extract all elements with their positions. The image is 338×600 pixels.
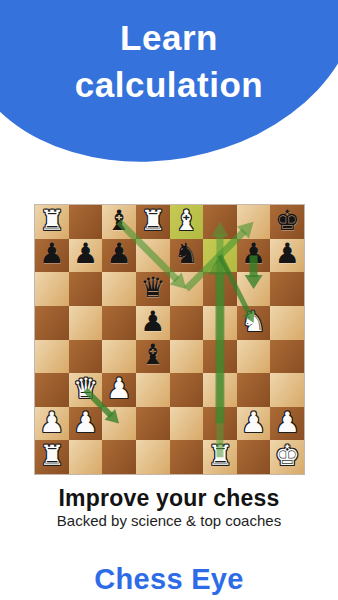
square-d5: ♟: [136, 306, 170, 340]
white-pawn: ♟: [241, 409, 266, 437]
square-a5: [35, 306, 69, 340]
square-c4: [102, 340, 136, 374]
square-d8: ♜: [136, 205, 170, 239]
square-d1: [136, 440, 170, 474]
square-b3: ♛: [69, 373, 103, 407]
square-h4: [270, 340, 304, 374]
square-g4: [237, 340, 271, 374]
white-bishop: ♝: [174, 207, 199, 235]
square-h8: ♚: [270, 205, 304, 239]
white-rook: ♜: [207, 442, 232, 470]
white-pawn: ♟: [275, 409, 300, 437]
white-king: ♚: [275, 442, 300, 470]
square-a6: [35, 272, 69, 306]
square-b1: [69, 440, 103, 474]
square-b5: [69, 306, 103, 340]
square-d6: ♛: [136, 272, 170, 306]
square-c2: [102, 407, 136, 441]
square-f7: [203, 239, 237, 273]
square-f6: [203, 272, 237, 306]
square-b4: [69, 340, 103, 374]
square-a1: ♜: [35, 440, 69, 474]
chess-board-wrap: ♜♝♜♝♚♟♟♟♞♟♟♛♟♞♝♛♟♟♟♟♟♜♜♚: [35, 205, 304, 474]
black-knight: ♞: [174, 240, 199, 268]
square-b6: [69, 272, 103, 306]
square-d4: ♝: [136, 340, 170, 374]
white-rook: ♜: [39, 207, 64, 235]
square-h7: ♟: [270, 239, 304, 273]
square-a3: [35, 373, 69, 407]
square-d3: [136, 373, 170, 407]
white-knight: ♞: [241, 308, 266, 336]
square-h5: [270, 306, 304, 340]
square-d2: [136, 407, 170, 441]
square-g1: [237, 440, 271, 474]
black-pawn: ♟: [107, 240, 132, 268]
square-e8: ♝: [170, 205, 204, 239]
hero-title-line1: Learn: [0, 14, 338, 61]
square-a2: ♟: [35, 407, 69, 441]
square-h2: ♟: [270, 407, 304, 441]
hero-title-line2: calculation: [0, 61, 338, 108]
square-b7: ♟: [69, 239, 103, 273]
black-pawn: ♟: [275, 240, 300, 268]
white-pawn: ♟: [73, 409, 98, 437]
black-king: ♚: [275, 207, 300, 235]
square-c1: [102, 440, 136, 474]
square-c7: ♟: [102, 239, 136, 273]
square-c5: [102, 306, 136, 340]
square-a4: [35, 340, 69, 374]
square-e6: [170, 272, 204, 306]
square-f8: [203, 205, 237, 239]
square-g3: [237, 373, 271, 407]
square-c6: [102, 272, 136, 306]
square-e7: ♞: [170, 239, 204, 273]
square-e5: [170, 306, 204, 340]
square-f1: ♜: [203, 440, 237, 474]
square-g7: ♟: [237, 239, 271, 273]
square-f3: [203, 373, 237, 407]
square-h3: [270, 373, 304, 407]
black-pawn: ♟: [73, 240, 98, 268]
chess-board: ♜♝♜♝♚♟♟♟♞♟♟♛♟♞♝♛♟♟♟♟♟♜♜♚: [35, 205, 304, 474]
black-pawn: ♟: [241, 240, 266, 268]
hero-title: Learn calculation: [0, 14, 338, 108]
black-queen: ♛: [140, 274, 165, 302]
square-e3: [170, 373, 204, 407]
black-bishop: ♝: [140, 341, 165, 369]
white-pawn: ♟: [107, 375, 132, 403]
square-g2: ♟: [237, 407, 271, 441]
square-g8: [237, 205, 271, 239]
square-h1: ♚: [270, 440, 304, 474]
square-c8: ♝: [102, 205, 136, 239]
black-pawn: ♟: [140, 308, 165, 336]
square-e4: [170, 340, 204, 374]
square-b2: ♟: [69, 407, 103, 441]
improve-heading: Improve your chess: [0, 485, 338, 512]
white-queen: ♛: [73, 375, 98, 403]
square-e1: [170, 440, 204, 474]
square-b8: [69, 205, 103, 239]
square-a8: ♜: [35, 205, 69, 239]
square-d7: [136, 239, 170, 273]
white-pawn: ♟: [39, 409, 64, 437]
app-store-screenshot: Learn calculation ♜♝♜♝♚♟♟♟♞♟♟♛♟♞♝♛♟♟♟♟♟♜…: [0, 0, 338, 600]
square-g5: ♞: [237, 306, 271, 340]
square-g6: [237, 272, 271, 306]
square-h6: [270, 272, 304, 306]
white-rook: ♜: [140, 207, 165, 235]
square-e2: [170, 407, 204, 441]
black-bishop: ♝: [107, 207, 132, 235]
black-pawn: ♟: [39, 240, 64, 268]
square-f4: [203, 340, 237, 374]
square-a7: ♟: [35, 239, 69, 273]
brand-name: Chess Eye: [0, 563, 338, 596]
square-f2: [203, 407, 237, 441]
square-f5: [203, 306, 237, 340]
improve-subheading: Backed by science & top coaches: [0, 512, 338, 529]
square-c3: ♟: [102, 373, 136, 407]
white-rook: ♜: [39, 442, 64, 470]
